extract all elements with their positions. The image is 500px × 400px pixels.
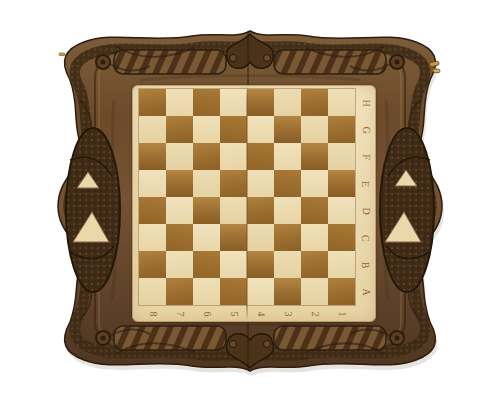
square-d4[interactable] bbox=[247, 197, 274, 224]
square-h7[interactable] bbox=[166, 89, 193, 116]
square-d3[interactable] bbox=[274, 197, 301, 224]
square-b7[interactable] bbox=[166, 251, 193, 278]
eagle-panel-right bbox=[380, 128, 434, 292]
square-e3[interactable] bbox=[274, 170, 301, 197]
file-label-e: E bbox=[360, 180, 370, 186]
square-g6[interactable] bbox=[193, 116, 220, 143]
square-d5[interactable] bbox=[220, 197, 247, 224]
board-fold-seam bbox=[246, 85, 248, 322]
square-d1[interactable] bbox=[328, 197, 355, 224]
square-a8[interactable] bbox=[139, 278, 166, 305]
square-e7[interactable] bbox=[166, 170, 193, 197]
brass-pin-left bbox=[59, 53, 65, 56]
square-a3[interactable] bbox=[274, 278, 301, 305]
square-b1[interactable] bbox=[328, 251, 355, 278]
square-h8[interactable] bbox=[139, 89, 166, 116]
file-label-h: H bbox=[360, 99, 370, 106]
square-e5[interactable] bbox=[220, 170, 247, 197]
square-h6[interactable] bbox=[193, 89, 220, 116]
square-d8[interactable] bbox=[139, 197, 166, 224]
square-f7[interactable] bbox=[166, 143, 193, 170]
eagle-panel-left bbox=[66, 128, 120, 292]
square-b8[interactable] bbox=[139, 251, 166, 278]
file-label-b: B bbox=[360, 261, 370, 268]
rank-label-6: 6 bbox=[202, 311, 212, 316]
square-b3[interactable] bbox=[274, 251, 301, 278]
square-e4[interactable] bbox=[247, 170, 274, 197]
file-label-d: D bbox=[360, 207, 370, 214]
rank-label-5: 5 bbox=[229, 311, 239, 316]
square-c3[interactable] bbox=[274, 224, 301, 251]
square-c6[interactable] bbox=[193, 224, 220, 251]
rank-label-7: 7 bbox=[175, 311, 185, 316]
square-f4[interactable] bbox=[247, 143, 274, 170]
square-f5[interactable] bbox=[220, 143, 247, 170]
square-g8[interactable] bbox=[139, 116, 166, 143]
file-labels: HGFEDCBA bbox=[355, 89, 376, 305]
square-a7[interactable] bbox=[166, 278, 193, 305]
square-g7[interactable] bbox=[166, 116, 193, 143]
square-e1[interactable] bbox=[328, 170, 355, 197]
square-b5[interactable] bbox=[220, 251, 247, 278]
rank-label-8: 8 bbox=[148, 311, 158, 316]
square-d7[interactable] bbox=[166, 197, 193, 224]
crest-top-bead-left bbox=[230, 55, 237, 62]
square-d2[interactable] bbox=[301, 197, 328, 224]
square-a6[interactable] bbox=[193, 278, 220, 305]
square-e6[interactable] bbox=[193, 170, 220, 197]
square-b2[interactable] bbox=[301, 251, 328, 278]
square-g5[interactable] bbox=[220, 116, 247, 143]
file-label-g: G bbox=[360, 126, 370, 133]
square-f1[interactable] bbox=[328, 143, 355, 170]
rank-label-4: 4 bbox=[256, 311, 266, 316]
square-f2[interactable] bbox=[301, 143, 328, 170]
product-photo: HGFEDCBA 87654321 bbox=[0, 0, 500, 400]
square-e2[interactable] bbox=[301, 170, 328, 197]
square-c2[interactable] bbox=[301, 224, 328, 251]
square-c4[interactable] bbox=[247, 224, 274, 251]
crest-bottom-bead-right bbox=[264, 341, 271, 348]
square-f8[interactable] bbox=[139, 143, 166, 170]
square-g1[interactable] bbox=[328, 116, 355, 143]
chess-board: HGFEDCBA 87654321 bbox=[132, 85, 376, 322]
square-g2[interactable] bbox=[301, 116, 328, 143]
square-g3[interactable] bbox=[274, 116, 301, 143]
square-c8[interactable] bbox=[139, 224, 166, 251]
file-label-a: A bbox=[360, 288, 370, 295]
square-g4[interactable] bbox=[247, 116, 274, 143]
file-label-c: C bbox=[360, 234, 370, 241]
square-a5[interactable] bbox=[220, 278, 247, 305]
square-c1[interactable] bbox=[328, 224, 355, 251]
square-h5[interactable] bbox=[220, 89, 247, 116]
square-h3[interactable] bbox=[274, 89, 301, 116]
square-f3[interactable] bbox=[274, 143, 301, 170]
square-d6[interactable] bbox=[193, 197, 220, 224]
square-c5[interactable] bbox=[220, 224, 247, 251]
square-a4[interactable] bbox=[247, 278, 274, 305]
square-h1[interactable] bbox=[328, 89, 355, 116]
square-a1[interactable] bbox=[328, 278, 355, 305]
square-h2[interactable] bbox=[301, 89, 328, 116]
rank-label-1: 1 bbox=[337, 311, 347, 316]
square-c7[interactable] bbox=[166, 224, 193, 251]
rank-label-3: 3 bbox=[283, 311, 293, 316]
rank-label-2: 2 bbox=[310, 311, 320, 316]
square-b4[interactable] bbox=[247, 251, 274, 278]
square-h4[interactable] bbox=[247, 89, 274, 116]
square-f6[interactable] bbox=[193, 143, 220, 170]
square-e8[interactable] bbox=[139, 170, 166, 197]
square-a2[interactable] bbox=[301, 278, 328, 305]
crest-top-bead-right bbox=[264, 55, 271, 62]
square-b6[interactable] bbox=[193, 251, 220, 278]
file-label-f: F bbox=[361, 154, 371, 160]
crest-bottom-bead-left bbox=[230, 341, 237, 348]
